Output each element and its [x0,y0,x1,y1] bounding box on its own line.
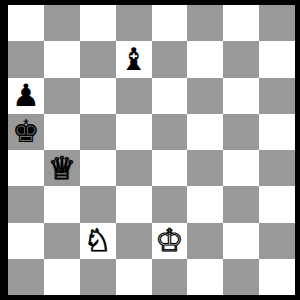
square-f6[interactable] [187,78,223,114]
square-c6[interactable] [80,78,116,114]
square-h5[interactable] [259,114,295,150]
square-d5[interactable] [116,114,152,150]
square-d7[interactable]: ♝ [116,41,152,77]
square-e8[interactable] [152,5,188,41]
square-a1[interactable] [8,259,44,295]
square-b4[interactable]: ♕ [44,150,80,186]
square-c7[interactable] [80,41,116,77]
black-king: ♚ [12,116,40,147]
square-h6[interactable] [259,78,295,114]
square-g1[interactable] [223,259,259,295]
square-h7[interactable] [259,41,295,77]
square-g4[interactable] [223,150,259,186]
square-e3[interactable] [152,186,188,222]
square-b2[interactable] [44,223,80,259]
square-e1[interactable] [152,259,188,295]
chess-board-frame: ♝♟♚♕♘♔ [0,0,300,300]
square-d1[interactable] [116,259,152,295]
square-b6[interactable] [44,78,80,114]
square-d6[interactable] [116,78,152,114]
square-e2[interactable]: ♔ [152,223,188,259]
square-h1[interactable] [259,259,295,295]
black-pawn: ♟ [12,80,40,111]
square-b5[interactable] [44,114,80,150]
square-a5[interactable]: ♚ [8,114,44,150]
square-c2[interactable]: ♘ [80,223,116,259]
square-d8[interactable] [116,5,152,41]
square-f5[interactable] [187,114,223,150]
square-c3[interactable] [80,186,116,222]
square-f8[interactable] [187,5,223,41]
white-knight: ♘ [84,225,112,256]
square-h2[interactable] [259,223,295,259]
square-c5[interactable] [80,114,116,150]
square-h8[interactable] [259,5,295,41]
square-e5[interactable] [152,114,188,150]
square-b8[interactable] [44,5,80,41]
square-f3[interactable] [187,186,223,222]
square-h4[interactable] [259,150,295,186]
square-a3[interactable] [8,186,44,222]
white-queen: ♕ [48,153,76,184]
square-d4[interactable] [116,150,152,186]
square-b7[interactable] [44,41,80,77]
square-g8[interactable] [223,5,259,41]
square-a8[interactable] [8,5,44,41]
white-king: ♔ [156,225,184,256]
square-e6[interactable] [152,78,188,114]
chess-board: ♝♟♚♕♘♔ [8,5,295,295]
square-a6[interactable]: ♟ [8,78,44,114]
square-a2[interactable] [8,223,44,259]
square-c8[interactable] [80,5,116,41]
square-b1[interactable] [44,259,80,295]
square-h3[interactable] [259,186,295,222]
square-e7[interactable] [152,41,188,77]
square-d3[interactable] [116,186,152,222]
square-g7[interactable] [223,41,259,77]
black-bishop: ♝ [120,44,148,75]
square-g5[interactable] [223,114,259,150]
square-e4[interactable] [152,150,188,186]
square-g3[interactable] [223,186,259,222]
square-c4[interactable] [80,150,116,186]
square-b3[interactable] [44,186,80,222]
square-f7[interactable] [187,41,223,77]
square-f1[interactable] [187,259,223,295]
square-a4[interactable] [8,150,44,186]
square-g6[interactable] [223,78,259,114]
square-d2[interactable] [116,223,152,259]
square-g2[interactable] [223,223,259,259]
square-f2[interactable] [187,223,223,259]
square-f4[interactable] [187,150,223,186]
square-a7[interactable] [8,41,44,77]
square-c1[interactable] [80,259,116,295]
